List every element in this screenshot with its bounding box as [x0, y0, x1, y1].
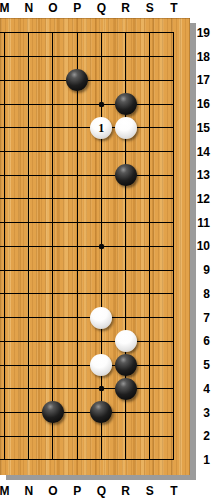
- intersection-M17[interactable]: [0, 69, 17, 93]
- intersection-P1[interactable]: [65, 448, 89, 472]
- row-label-6: 6: [190, 333, 210, 349]
- intersection-O17[interactable]: [41, 69, 65, 93]
- intersection-N11[interactable]: [17, 211, 41, 235]
- intersection-M8[interactable]: [0, 282, 17, 306]
- intersection-R8[interactable]: [113, 282, 137, 306]
- intersection-M7[interactable]: [0, 306, 17, 330]
- intersection-Q3[interactable]: [89, 401, 113, 425]
- column-label-bottom-T: T: [165, 484, 183, 499]
- intersection-P8[interactable]: [65, 282, 89, 306]
- intersection-M4[interactable]: [0, 377, 17, 401]
- intersection-P19[interactable]: [65, 21, 89, 45]
- intersection-T5[interactable]: [162, 353, 186, 377]
- intersection-Q7[interactable]: [89, 306, 113, 330]
- black-stone-P17: [66, 69, 88, 91]
- intersection-S10[interactable]: [138, 235, 162, 259]
- row-label-8: 8: [190, 286, 210, 302]
- black-stone-Q3: [90, 401, 112, 423]
- intersection-P11[interactable]: [65, 211, 89, 235]
- intersection-S1[interactable]: [138, 448, 162, 472]
- column-label-top-S: S: [141, 1, 159, 16]
- row-label-5: 5: [190, 357, 210, 373]
- intersection-T9[interactable]: [162, 258, 186, 282]
- intersection-M3[interactable]: [0, 401, 17, 425]
- row-label-10: 10: [190, 238, 210, 254]
- intersection-S5[interactable]: [138, 353, 162, 377]
- intersection-R11[interactable]: [113, 211, 137, 235]
- star-point-Q10: [99, 244, 104, 249]
- intersection-T12[interactable]: [162, 187, 186, 211]
- intersection-M6[interactable]: [0, 329, 17, 353]
- intersection-S6[interactable]: [138, 329, 162, 353]
- row-label-19: 19: [190, 25, 210, 41]
- intersection-N7[interactable]: [17, 306, 41, 330]
- intersection-Q2[interactable]: [89, 424, 113, 448]
- intersection-R5[interactable]: [113, 353, 137, 377]
- intersection-S13[interactable]: [138, 163, 162, 187]
- intersection-O13[interactable]: [41, 163, 65, 187]
- intersection-M18[interactable]: [0, 45, 17, 69]
- black-stone-R4: [115, 378, 137, 400]
- intersection-O14[interactable]: [41, 140, 65, 164]
- column-label-bottom-N: N: [20, 484, 38, 499]
- black-stone-O3: [42, 401, 64, 423]
- intersection-S3[interactable]: [138, 401, 162, 425]
- intersection-P4[interactable]: [65, 377, 89, 401]
- row-label-11: 11: [190, 215, 210, 231]
- intersection-R1[interactable]: [113, 448, 137, 472]
- bottom-coordinates: MNOPQRST: [0, 483, 212, 500]
- intersection-N14[interactable]: [17, 140, 41, 164]
- intersection-O15[interactable]: [41, 116, 65, 140]
- intersection-M9[interactable]: [0, 258, 17, 282]
- intersection-P9[interactable]: [65, 258, 89, 282]
- go-board-screen: 1 MNOPQRST MNOPQRST 19181716151413121110…: [0, 0, 212, 500]
- row-label-12: 12: [190, 191, 210, 207]
- intersection-Q1[interactable]: [89, 448, 113, 472]
- intersection-O5[interactable]: [41, 353, 65, 377]
- intersection-P10[interactable]: [65, 235, 89, 259]
- intersection-T7[interactable]: [162, 306, 186, 330]
- intersection-R18[interactable]: [113, 45, 137, 69]
- column-label-top-N: N: [20, 1, 38, 16]
- intersection-P14[interactable]: [65, 140, 89, 164]
- intersection-Q9[interactable]: [89, 258, 113, 282]
- column-label-top-O: O: [44, 1, 62, 16]
- intersection-N2[interactable]: [17, 424, 41, 448]
- intersection-Q11[interactable]: [89, 211, 113, 235]
- intersection-R3[interactable]: [113, 401, 137, 425]
- row-label-18: 18: [190, 49, 210, 65]
- intersection-S18[interactable]: [138, 45, 162, 69]
- intersection-P16[interactable]: [65, 92, 89, 116]
- intersection-M15[interactable]: [0, 116, 17, 140]
- intersection-Q15[interactable]: 1: [89, 116, 113, 140]
- intersection-Q19[interactable]: [89, 21, 113, 45]
- column-label-top-Q: Q: [92, 1, 110, 16]
- intersection-M12[interactable]: [0, 187, 17, 211]
- intersection-R6[interactable]: [113, 329, 137, 353]
- intersection-N1[interactable]: [17, 448, 41, 472]
- intersection-Q14[interactable]: [89, 140, 113, 164]
- intersection-N3[interactable]: [17, 401, 41, 425]
- intersection-N15[interactable]: [17, 116, 41, 140]
- row-label-14: 14: [190, 144, 210, 160]
- intersection-N10[interactable]: [17, 235, 41, 259]
- intersection-P13[interactable]: [65, 163, 89, 187]
- intersection-Q16[interactable]: [89, 92, 113, 116]
- column-label-bottom-R: R: [117, 484, 135, 499]
- intersection-T4[interactable]: [162, 377, 186, 401]
- column-label-bottom-S: S: [141, 484, 159, 499]
- intersection-O1[interactable]: [41, 448, 65, 472]
- intersection-M10[interactable]: [0, 235, 17, 259]
- top-coordinates: MNOPQRST: [0, 0, 212, 17]
- intersection-P7[interactable]: [65, 306, 89, 330]
- goban-grid: 1: [0, 21, 186, 472]
- intersection-Q5[interactable]: [89, 353, 113, 377]
- intersection-O18[interactable]: [41, 45, 65, 69]
- row-label-1: 1: [190, 452, 210, 468]
- row-label-9: 9: [190, 262, 210, 278]
- intersection-T19[interactable]: [162, 21, 186, 45]
- intersection-P5[interactable]: [65, 353, 89, 377]
- intersection-Q17[interactable]: [89, 69, 113, 93]
- column-label-top-T: T: [165, 1, 183, 16]
- intersection-O2[interactable]: [41, 424, 65, 448]
- row-label-2: 2: [190, 428, 210, 444]
- intersection-S7[interactable]: [138, 306, 162, 330]
- intersection-P15[interactable]: [65, 116, 89, 140]
- intersection-R4[interactable]: [113, 377, 137, 401]
- intersection-Q18[interactable]: [89, 45, 113, 69]
- intersection-N18[interactable]: [17, 45, 41, 69]
- intersection-T16[interactable]: [162, 92, 186, 116]
- intersection-O19[interactable]: [41, 21, 65, 45]
- intersection-T14[interactable]: [162, 140, 186, 164]
- white-stone-R15: [115, 117, 137, 139]
- intersection-R14[interactable]: [113, 140, 137, 164]
- intersection-S12[interactable]: [138, 187, 162, 211]
- intersection-P3[interactable]: [65, 401, 89, 425]
- column-label-top-M: M: [0, 1, 14, 16]
- intersection-O10[interactable]: [41, 235, 65, 259]
- intersection-O11[interactable]: [41, 211, 65, 235]
- intersection-O3[interactable]: [41, 401, 65, 425]
- intersection-T8[interactable]: [162, 282, 186, 306]
- intersection-T18[interactable]: [162, 45, 186, 69]
- intersection-S4[interactable]: [138, 377, 162, 401]
- star-point-Q4: [99, 386, 104, 391]
- intersection-N8[interactable]: [17, 282, 41, 306]
- row-label-16: 16: [190, 96, 210, 112]
- intersection-R16[interactable]: [113, 92, 137, 116]
- intersection-O8[interactable]: [41, 282, 65, 306]
- intersection-P6[interactable]: [65, 329, 89, 353]
- white-stone-R6: [115, 330, 137, 352]
- intersection-O6[interactable]: [41, 329, 65, 353]
- intersection-N6[interactable]: [17, 329, 41, 353]
- intersection-N9[interactable]: [17, 258, 41, 282]
- intersection-N19[interactable]: [17, 21, 41, 45]
- intersection-T17[interactable]: [162, 69, 186, 93]
- intersection-S16[interactable]: [138, 92, 162, 116]
- intersection-P2[interactable]: [65, 424, 89, 448]
- intersection-T6[interactable]: [162, 329, 186, 353]
- intersection-S17[interactable]: [138, 69, 162, 93]
- intersection-R15[interactable]: [113, 116, 137, 140]
- move-number-label: 1: [90, 117, 112, 139]
- intersection-N13[interactable]: [17, 163, 41, 187]
- intersection-N5[interactable]: [17, 353, 41, 377]
- row-label-13: 13: [190, 167, 210, 183]
- row-label-15: 15: [190, 120, 210, 136]
- row-label-4: 4: [190, 381, 210, 397]
- intersection-M5[interactable]: [0, 353, 17, 377]
- intersection-T10[interactable]: [162, 235, 186, 259]
- intersection-O7[interactable]: [41, 306, 65, 330]
- intersection-T1[interactable]: [162, 448, 186, 472]
- intersection-Q10[interactable]: [89, 235, 113, 259]
- intersection-O9[interactable]: [41, 258, 65, 282]
- star-point-Q16: [99, 102, 104, 107]
- intersection-R19[interactable]: [113, 21, 137, 45]
- intersection-O16[interactable]: [41, 92, 65, 116]
- intersection-M19[interactable]: [0, 21, 17, 45]
- intersection-R17[interactable]: [113, 69, 137, 93]
- row-label-3: 3: [190, 405, 210, 421]
- column-label-bottom-M: M: [0, 484, 14, 499]
- intersection-R9[interactable]: [113, 258, 137, 282]
- intersection-P18[interactable]: [65, 45, 89, 69]
- intersection-T11[interactable]: [162, 211, 186, 235]
- intersection-N12[interactable]: [17, 187, 41, 211]
- intersection-S9[interactable]: [138, 258, 162, 282]
- intersection-Q12[interactable]: [89, 187, 113, 211]
- column-label-bottom-Q: Q: [92, 484, 110, 499]
- intersection-O12[interactable]: [41, 187, 65, 211]
- intersection-M16[interactable]: [0, 92, 17, 116]
- intersection-S15[interactable]: [138, 116, 162, 140]
- intersection-R2[interactable]: [113, 424, 137, 448]
- intersection-Q4[interactable]: [89, 377, 113, 401]
- intersection-T13[interactable]: [162, 163, 186, 187]
- column-label-top-R: R: [117, 1, 135, 16]
- intersection-M13[interactable]: [0, 163, 17, 187]
- white-stone-Q5: [90, 354, 112, 376]
- intersection-N17[interactable]: [17, 69, 41, 93]
- intersection-N16[interactable]: [17, 92, 41, 116]
- intersection-S2[interactable]: [138, 424, 162, 448]
- intersection-R7[interactable]: [113, 306, 137, 330]
- intersection-S14[interactable]: [138, 140, 162, 164]
- column-label-top-P: P: [68, 1, 86, 16]
- intersection-O4[interactable]: [41, 377, 65, 401]
- intersection-S19[interactable]: [138, 21, 162, 45]
- intersection-T2[interactable]: [162, 424, 186, 448]
- intersection-Q6[interactable]: [89, 329, 113, 353]
- intersection-S11[interactable]: [138, 211, 162, 235]
- intersection-Q8[interactable]: [89, 282, 113, 306]
- intersection-R10[interactable]: [113, 235, 137, 259]
- intersection-T15[interactable]: [162, 116, 186, 140]
- intersection-M14[interactable]: [0, 140, 17, 164]
- intersection-T3[interactable]: [162, 401, 186, 425]
- intersection-S8[interactable]: [138, 282, 162, 306]
- intersection-M2[interactable]: [0, 424, 17, 448]
- black-stone-R5: [115, 354, 137, 376]
- intersection-P17[interactable]: [65, 69, 89, 93]
- column-label-bottom-O: O: [44, 484, 62, 499]
- intersection-R13[interactable]: [113, 163, 137, 187]
- black-stone-R16: [115, 93, 137, 115]
- intersection-P12[interactable]: [65, 187, 89, 211]
- black-stone-R13: [115, 164, 137, 186]
- white-stone-Q15: 1: [90, 117, 112, 139]
- intersection-M1[interactable]: [0, 448, 17, 472]
- white-stone-Q7: [90, 307, 112, 329]
- row-label-17: 17: [190, 72, 210, 88]
- intersection-M11[interactable]: [0, 211, 17, 235]
- intersection-Q13[interactable]: [89, 163, 113, 187]
- row-label-7: 7: [190, 310, 210, 326]
- goban: 1: [0, 18, 190, 475]
- column-label-bottom-P: P: [68, 484, 86, 499]
- intersection-R12[interactable]: [113, 187, 137, 211]
- intersection-N4[interactable]: [17, 377, 41, 401]
